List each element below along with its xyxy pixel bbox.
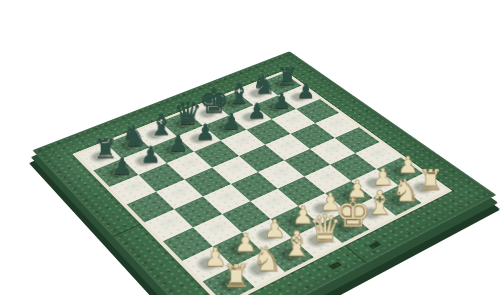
board-border: ♜♞♝♛♚♝♞♜♟♟♟♟♟♟♟♟♟♟♟♟♟♟♟♟♜♞♝♛♚♝♞♜ — [32, 51, 496, 295]
piece-green-pawn[interactable]: ♟ — [272, 91, 291, 112]
piece-green-pawn[interactable]: ♟ — [195, 122, 215, 144]
fold-seam-left — [112, 223, 141, 237]
square-a6[interactable] — [110, 175, 156, 204]
piece-cream-rook[interactable]: ♜ — [418, 166, 443, 194]
piece-green-pawn[interactable]: ♟ — [221, 111, 241, 133]
piece-green-pawn[interactable]: ♟ — [111, 155, 132, 178]
piece-green-rook[interactable]: ♜ — [276, 64, 298, 88]
piece-green-pawn[interactable]: ♟ — [247, 101, 266, 123]
piece-cream-knight[interactable]: ♞ — [391, 175, 419, 206]
piece-green-pawn[interactable]: ♟ — [296, 81, 315, 102]
piece-cream-queen[interactable]: ♛ — [308, 210, 341, 247]
fold-seam-right — [344, 245, 367, 264]
square-a1[interactable]: ♜ — [203, 266, 255, 295]
piece-green-pawn[interactable]: ♟ — [140, 144, 160, 167]
piece-cream-rook[interactable]: ♜ — [222, 261, 250, 292]
piece-cream-knight[interactable]: ♞ — [251, 243, 281, 277]
hinge-notch — [368, 241, 381, 249]
chess-board: ♜♞♝♛♚♝♞♜♟♟♟♟♟♟♟♟♟♟♟♟♟♟♟♟♜♞♝♛♚♝♞♜ — [32, 51, 496, 295]
scene: ♜♞♝♛♚♝♞♜♟♟♟♟♟♟♟♟♟♟♟♟♟♟♟♟♜♞♝♛♚♝♞♜ — [0, 0, 500, 295]
square-c6[interactable] — [167, 152, 212, 180]
piece-cream-bishop[interactable]: ♝ — [281, 227, 312, 261]
hinge-notch — [329, 261, 343, 270]
product-photo: ♜♞♝♛♚♝♞♜♟♟♟♟♟♟♟♟♟♟♟♟♟♟♟♟♜♞♝♛♚♝♞♜ — [0, 0, 500, 295]
piece-green-pawn[interactable]: ♟ — [168, 133, 188, 156]
